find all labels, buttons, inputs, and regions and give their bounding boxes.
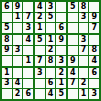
sudoku-block-r2c3: 37894	[68, 35, 99, 66]
sudoku-cell-r7c4[interactable]: 3	[35, 68, 45, 78]
sudoku-cell-r2c4[interactable]: 2	[35, 13, 45, 23]
sudoku-cell-r6c9[interactable]: 4	[89, 56, 99, 66]
sudoku-block-r3c1: 13426	[2, 68, 33, 99]
sudoku-cell-r8c9[interactable]	[89, 79, 99, 89]
sudoku-cell-r9c9[interactable]: 3	[89, 89, 99, 99]
sudoku-cell-r1c4[interactable]: 4	[35, 2, 45, 12]
sudoku-cell-r8c3[interactable]	[23, 79, 33, 89]
sudoku-block-r3c3: 467213	[68, 68, 99, 99]
sudoku-cell-r5c9[interactable]: 8	[89, 46, 99, 56]
sudoku-cell-r8c4[interactable]	[35, 79, 45, 89]
sudoku-cell-r3c3[interactable]: 3	[23, 23, 33, 33]
sudoku-cell-r5c4[interactable]	[35, 46, 45, 56]
sudoku-cell-r1c2[interactable]: 9	[13, 2, 23, 12]
sudoku-cell-r4c7[interactable]	[68, 35, 78, 45]
sudoku-cell-r9c5[interactable]: 4	[46, 89, 56, 99]
sudoku-cell-r2c6[interactable]	[56, 13, 66, 23]
sudoku-cell-r2c9[interactable]: 9	[89, 13, 99, 23]
sudoku-cell-r1c3[interactable]	[23, 2, 33, 12]
sudoku-cell-r4c8[interactable]: 3	[79, 35, 89, 45]
sudoku-cell-r6c8[interactable]	[79, 56, 89, 66]
sudoku-cell-r1c7[interactable]: 5	[68, 2, 78, 12]
sudoku-cell-r9c1[interactable]	[2, 89, 12, 99]
sudoku-cell-r6c7[interactable]: 9	[68, 56, 78, 66]
sudoku-cell-r8c7[interactable]: 7	[68, 79, 78, 89]
sudoku-cell-r2c5[interactable]: 5	[46, 13, 56, 23]
sudoku-cell-r8c6[interactable]: 1	[56, 79, 66, 89]
sudoku-cell-r2c3[interactable]: 7	[23, 13, 33, 23]
sudoku-cell-r4c4[interactable]: 5	[35, 35, 45, 45]
sudoku-cell-r3c4[interactable]: 1	[35, 23, 45, 33]
sudoku-cell-r8c8[interactable]: 2	[79, 79, 89, 89]
sudoku-cell-r2c2[interactable]: 1	[13, 13, 23, 23]
sudoku-cell-r6c2[interactable]	[13, 56, 23, 66]
sudoku-cell-r3c5[interactable]	[46, 23, 56, 33]
sudoku-cell-r9c3[interactable]: 6	[23, 89, 33, 99]
sudoku-cell-r3c6[interactable]: 6	[56, 23, 66, 33]
sudoku-cell-r7c6[interactable]: 2	[56, 68, 66, 78]
sudoku-cell-r8c2[interactable]: 4	[13, 79, 23, 89]
sudoku-cell-r2c1[interactable]	[2, 13, 12, 23]
sudoku-block-r2c2: 5192783	[35, 35, 66, 66]
sudoku-cell-r4c2[interactable]	[13, 35, 23, 45]
sudoku-cell-r5c7[interactable]	[68, 46, 78, 56]
sudoku-cell-r5c8[interactable]: 7	[79, 46, 89, 56]
sudoku-cell-r2c7[interactable]	[68, 13, 78, 23]
sudoku-board: 6917534325165839784931519278337894134263…	[0, 0, 101, 101]
sudoku-cell-r4c6[interactable]: 9	[56, 35, 66, 45]
sudoku-cell-r7c2[interactable]	[13, 68, 23, 78]
sudoku-cell-r9c7[interactable]	[68, 89, 78, 99]
sudoku-cell-r7c3[interactable]	[23, 68, 33, 78]
sudoku-cell-r5c2[interactable]: 3	[13, 46, 23, 56]
sudoku-cell-r1c5[interactable]: 3	[46, 2, 56, 12]
sudoku-cell-r9c8[interactable]: 1	[79, 89, 89, 99]
sudoku-cell-r7c8[interactable]	[79, 68, 89, 78]
sudoku-cell-r5c5[interactable]: 2	[46, 46, 56, 56]
sudoku-cell-r8c1[interactable]: 3	[2, 79, 12, 89]
sudoku-cell-r2c8[interactable]: 3	[79, 13, 89, 23]
sudoku-cell-r4c1[interactable]: 8	[2, 35, 12, 45]
sudoku-cell-r6c3[interactable]: 1	[23, 56, 33, 66]
sudoku-cell-r9c4[interactable]	[35, 89, 45, 99]
sudoku-cell-r3c2[interactable]	[13, 23, 23, 33]
sudoku-cell-r8c5[interactable]: 6	[46, 79, 56, 89]
sudoku-cell-r7c9[interactable]: 6	[89, 68, 99, 78]
sudoku-cell-r4c9[interactable]	[89, 35, 99, 45]
sudoku-cell-r1c6[interactable]	[56, 2, 66, 12]
sudoku-block-r1c1: 691753	[2, 2, 33, 33]
sudoku-block-r1c2: 432516	[35, 2, 66, 33]
sudoku-cell-r5c3[interactable]	[23, 46, 33, 56]
sudoku-cell-r5c1[interactable]: 9	[2, 46, 12, 56]
sudoku-block-r3c2: 326145	[35, 68, 66, 99]
sudoku-cell-r7c5[interactable]	[46, 68, 56, 78]
sudoku-cell-r4c3[interactable]: 4	[23, 35, 33, 45]
sudoku-cell-r7c1[interactable]: 1	[2, 68, 12, 78]
sudoku-cell-r6c6[interactable]: 3	[56, 56, 66, 66]
sudoku-cell-r6c4[interactable]: 7	[35, 56, 45, 66]
sudoku-cell-r3c9[interactable]: 7	[89, 23, 99, 33]
sudoku-cell-r9c6[interactable]: 5	[56, 89, 66, 99]
sudoku-cell-r1c1[interactable]: 6	[2, 2, 12, 12]
sudoku-cell-r3c7[interactable]	[68, 23, 78, 33]
sudoku-cell-r1c8[interactable]: 8	[79, 2, 89, 12]
sudoku-cell-r6c1[interactable]	[2, 56, 12, 66]
sudoku-cell-r3c8[interactable]	[79, 23, 89, 33]
sudoku-cell-r9c2[interactable]: 2	[13, 89, 23, 99]
sudoku-cell-r3c1[interactable]: 5	[2, 23, 12, 33]
sudoku-cell-r1c9[interactable]	[89, 2, 99, 12]
sudoku-cell-r5c6[interactable]	[56, 46, 66, 56]
sudoku-cell-r7c7[interactable]: 4	[68, 68, 78, 78]
sudoku-cell-r4c5[interactable]: 1	[46, 35, 56, 45]
sudoku-block-r1c3: 58397	[68, 2, 99, 33]
sudoku-cell-r6c5[interactable]: 8	[46, 56, 56, 66]
sudoku-block-r2c1: 84931	[2, 35, 33, 66]
